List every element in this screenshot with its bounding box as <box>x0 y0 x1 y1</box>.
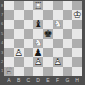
square-a6[interactable] <box>4 20 14 29</box>
white-pawn-outline-icon: ♙ <box>34 57 43 67</box>
square-d6[interactable]: ♝ <box>33 20 43 29</box>
square-c8[interactable] <box>24 1 34 10</box>
square-c6[interactable] <box>24 20 34 29</box>
white-king-outline-icon: ♔ <box>73 10 82 20</box>
piece-white-knight-f6[interactable]: ♞♘ <box>53 20 63 29</box>
square-e7[interactable] <box>43 10 53 19</box>
square-e1[interactable] <box>43 67 53 76</box>
white-queen-outline-icon: ♕ <box>4 66 13 76</box>
file-label-g: G <box>63 76 73 85</box>
square-g1[interactable] <box>63 67 73 76</box>
square-g7[interactable] <box>63 10 73 19</box>
square-f2[interactable]: ♟♙ <box>53 57 63 66</box>
square-f1[interactable] <box>53 67 63 76</box>
square-b5[interactable] <box>14 29 24 38</box>
square-f8[interactable] <box>53 1 63 10</box>
piece-white-pawn-b3[interactable]: ♟♙ <box>14 48 24 57</box>
piece-white-king-h7[interactable]: ♚♔ <box>72 10 82 19</box>
file-label-f: F <box>53 76 63 85</box>
square-h1[interactable] <box>72 67 82 76</box>
square-a7[interactable] <box>4 10 14 19</box>
square-a3[interactable] <box>4 48 14 57</box>
square-e3[interactable] <box>43 48 53 57</box>
square-f4[interactable] <box>53 39 63 48</box>
square-h7[interactable]: ♚♔ <box>72 10 82 19</box>
file-label-b: B <box>14 76 24 85</box>
square-g5[interactable] <box>63 29 73 38</box>
square-g8[interactable] <box>63 1 73 10</box>
white-pawn-outline-icon: ♙ <box>14 47 23 57</box>
piece-white-pawn-f2[interactable]: ♟♙ <box>53 57 63 66</box>
piece-white-pawn-d2[interactable]: ♟♙ <box>33 57 43 66</box>
square-c4[interactable] <box>24 39 34 48</box>
file-label-d: D <box>33 76 43 85</box>
piece-black-king-e5[interactable]: ♚ <box>43 29 53 38</box>
board-frame-right <box>82 0 85 85</box>
square-a8[interactable] <box>4 1 14 10</box>
square-a5[interactable] <box>4 29 14 38</box>
square-b2[interactable] <box>14 57 24 66</box>
square-d2[interactable]: ♟♙ <box>33 57 43 66</box>
square-d8[interactable]: ♜♖ <box>33 1 43 10</box>
square-c5[interactable] <box>24 29 34 38</box>
square-c3[interactable] <box>24 48 34 57</box>
square-c2[interactable] <box>24 57 34 66</box>
black-king-icon: ♚ <box>43 29 52 39</box>
black-bishop-icon: ♝ <box>34 19 43 29</box>
square-b7[interactable] <box>14 10 24 19</box>
square-a1[interactable]: ♛♕ <box>4 67 14 76</box>
square-b6[interactable] <box>14 20 24 29</box>
square-c7[interactable] <box>24 10 34 19</box>
piece-black-bishop-d6[interactable]: ♝ <box>33 20 43 29</box>
square-e2[interactable] <box>43 57 53 66</box>
square-e4[interactable] <box>43 39 53 48</box>
square-a4[interactable] <box>4 39 14 48</box>
white-rook-outline-icon: ♖ <box>34 0 43 10</box>
square-b3[interactable]: ♟♙ <box>14 48 24 57</box>
square-h4[interactable] <box>72 39 82 48</box>
square-e5[interactable]: ♚ <box>43 29 53 38</box>
square-b1[interactable] <box>14 67 24 76</box>
chess-board[interactable]: ♜♖♚♔♝♞♘♚♞♘♟♙♟♟♙♟♙♛♕ <box>4 1 82 76</box>
square-f5[interactable] <box>53 29 63 38</box>
square-h5[interactable] <box>72 29 82 38</box>
square-g2[interactable] <box>63 57 73 66</box>
file-label-h: H <box>72 76 82 85</box>
square-d1[interactable] <box>33 67 43 76</box>
chess-board-widget: 87654321 ♜♖♚♔♝♞♘♚♞♘♟♙♟♟♙♟♙♛♕ ABCDEFGH <box>0 0 85 85</box>
white-knight-outline-icon: ♘ <box>53 19 62 29</box>
square-g6[interactable] <box>63 20 73 29</box>
square-c1[interactable] <box>24 67 34 76</box>
white-pawn-outline-icon: ♙ <box>53 57 62 67</box>
file-label-c: C <box>24 76 34 85</box>
square-h3[interactable] <box>72 48 82 57</box>
piece-white-queen-a1[interactable]: ♛♕ <box>4 67 14 76</box>
piece-white-rook-d8[interactable]: ♜♖ <box>33 1 43 10</box>
square-g3[interactable] <box>63 48 73 57</box>
square-g4[interactable] <box>63 39 73 48</box>
square-h2[interactable] <box>72 57 82 66</box>
file-label-e: E <box>43 76 53 85</box>
square-b8[interactable] <box>14 1 24 10</box>
square-f6[interactable]: ♞♘ <box>53 20 63 29</box>
file-labels: ABCDEFGH <box>4 76 82 85</box>
square-e8[interactable] <box>43 1 53 10</box>
square-h6[interactable] <box>72 20 82 29</box>
file-label-a: A <box>4 76 14 85</box>
